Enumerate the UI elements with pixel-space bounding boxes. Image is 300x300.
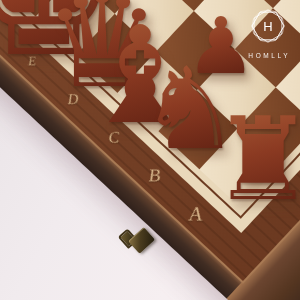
- brand-logo-letter: H: [263, 19, 272, 34]
- product-photo-scene: EDCBA ♚♛♝♟♞♜ H HOMLLY: [0, 0, 300, 300]
- latch-plate: [128, 227, 155, 254]
- brand-logo-mark: H: [233, 5, 300, 47]
- brand-logo: H HOMLLY: [233, 5, 300, 59]
- brand-name: HOMLLY: [233, 52, 300, 59]
- chess-piece-rook: ♜: [211, 102, 300, 217]
